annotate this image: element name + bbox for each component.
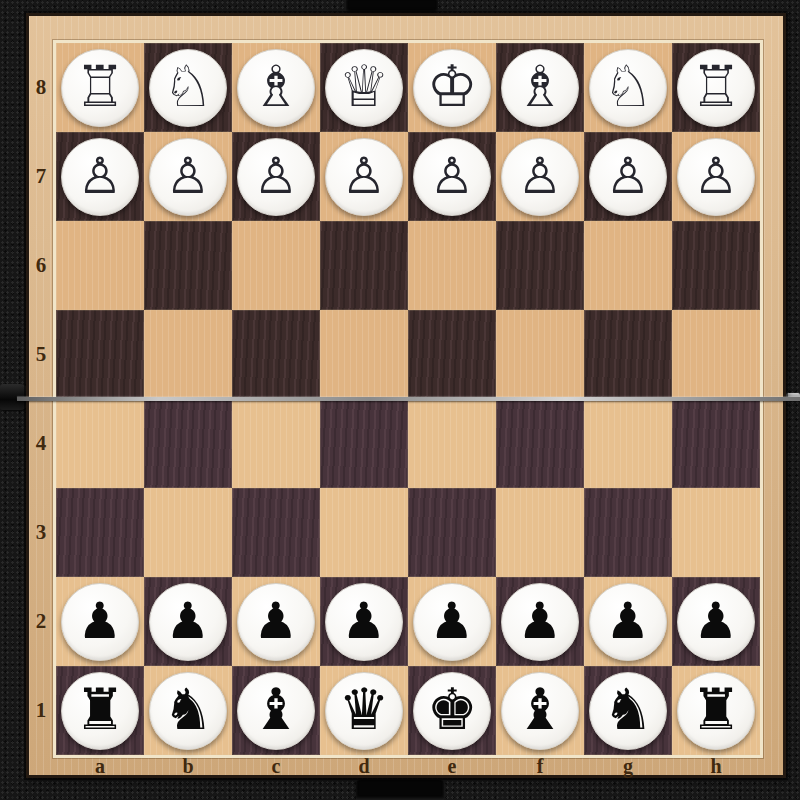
square-h2[interactable]: ♟ [672,577,760,666]
piece-black-king-e1[interactable]: ♚ [413,672,491,750]
black-pawn-glyph: ♟ [342,596,387,646]
piece-black-pawn-c2[interactable]: ♟ [237,583,315,661]
square-f2[interactable]: ♟ [496,577,584,666]
square-c6[interactable] [232,221,320,310]
square-e7[interactable]: ♙ [408,132,496,221]
piece-white-bishop-f8[interactable]: ♗ [501,49,579,127]
black-pawn-glyph: ♟ [694,596,739,646]
black-king-glyph: ♚ [426,681,477,738]
piece-white-bishop-c8[interactable]: ♗ [237,49,315,127]
piece-white-rook-h8[interactable]: ♖ [677,49,755,127]
black-bishop-glyph: ♝ [514,681,565,738]
square-e5[interactable] [408,310,496,399]
white-pawn-glyph: ♙ [342,151,387,201]
file-label-b: b [144,757,232,776]
square-g2[interactable]: ♟ [584,577,672,666]
piece-black-pawn-g2[interactable]: ♟ [589,583,667,661]
piece-black-pawn-h2[interactable]: ♟ [677,583,755,661]
square-a1[interactable]: ♜ [56,666,144,755]
square-d6[interactable] [320,221,408,310]
file-label-c: c [232,757,320,776]
square-c2[interactable]: ♟ [232,577,320,666]
white-rook-glyph: ♖ [74,58,125,115]
square-e2[interactable]: ♟ [408,577,496,666]
square-e6[interactable] [408,221,496,310]
piece-white-rook-a8[interactable]: ♖ [61,49,139,127]
square-h4[interactable] [672,399,760,488]
piece-black-pawn-f2[interactable]: ♟ [501,583,579,661]
piece-white-pawn-c7[interactable]: ♙ [237,138,315,216]
square-g1[interactable]: ♞ [584,666,672,755]
white-pawn-glyph: ♙ [166,151,211,201]
rank-label-2: 2 [29,577,53,666]
piece-black-pawn-e2[interactable]: ♟ [413,583,491,661]
square-g8[interactable]: ♘ [584,43,672,132]
rank-label-7: 7 [29,132,53,221]
piece-white-pawn-d7[interactable]: ♙ [325,138,403,216]
black-rook-glyph: ♜ [74,681,125,738]
square-c7[interactable]: ♙ [232,132,320,221]
black-knight-glyph: ♞ [602,681,653,738]
piece-black-rook-a1[interactable]: ♜ [61,672,139,750]
white-pawn-glyph: ♙ [254,151,299,201]
white-king-glyph: ♔ [426,58,477,115]
black-pawn-glyph: ♟ [254,596,299,646]
piece-white-pawn-b7[interactable]: ♙ [149,138,227,216]
square-g6[interactable] [584,221,672,310]
file-label-a: a [56,757,144,776]
white-knight-glyph: ♘ [162,58,213,115]
square-e4[interactable] [408,399,496,488]
rank-label-3: 3 [29,488,53,577]
case-clasp-bottom [356,780,444,800]
piece-black-queen-d1[interactable]: ♛ [325,672,403,750]
square-e3[interactable] [408,488,496,577]
piece-white-king-e8[interactable]: ♔ [413,49,491,127]
square-b8[interactable]: ♘ [144,43,232,132]
black-queen-glyph: ♛ [338,681,389,738]
square-h7[interactable]: ♙ [672,132,760,221]
square-h1[interactable]: ♜ [672,666,760,755]
square-d2[interactable]: ♟ [320,577,408,666]
square-c4[interactable] [232,399,320,488]
square-h6[interactable] [672,221,760,310]
square-a2[interactable]: ♟ [56,577,144,666]
square-b7[interactable]: ♙ [144,132,232,221]
white-pawn-glyph: ♙ [694,151,739,201]
square-b1[interactable]: ♞ [144,666,232,755]
square-a3[interactable] [56,488,144,577]
black-pawn-glyph: ♟ [78,596,123,646]
white-knight-glyph: ♘ [602,58,653,115]
square-e1[interactable]: ♚ [408,666,496,755]
square-h8[interactable]: ♖ [672,43,760,132]
piece-black-pawn-a2[interactable]: ♟ [61,583,139,661]
square-a4[interactable] [56,399,144,488]
square-h3[interactable] [672,488,760,577]
piece-black-knight-b1[interactable]: ♞ [149,672,227,750]
square-b5[interactable] [144,310,232,399]
piece-black-knight-g1[interactable]: ♞ [589,672,667,750]
black-rook-glyph: ♜ [690,681,741,738]
white-pawn-glyph: ♙ [518,151,563,201]
square-f4[interactable] [496,399,584,488]
black-pawn-glyph: ♟ [430,596,475,646]
square-b3[interactable] [144,488,232,577]
white-queen-glyph: ♕ [338,58,389,115]
black-pawn-glyph: ♟ [166,596,211,646]
square-h5[interactable] [672,310,760,399]
file-label-h: h [672,757,760,776]
white-pawn-glyph: ♙ [78,151,123,201]
square-g3[interactable] [584,488,672,577]
piece-black-pawn-b2[interactable]: ♟ [149,583,227,661]
rank-label-1: 1 [29,666,53,755]
rank-label-4: 4 [29,399,53,488]
piece-white-pawn-e7[interactable]: ♙ [413,138,491,216]
chess-case: 87654321 abcdefgh ♖♘♗♕♔♗♘♖♙♙♙♙♙♙♙♙♟♟♟♟♟♟… [0,0,800,800]
piece-white-queen-d8[interactable]: ♕ [325,49,403,127]
square-a6[interactable] [56,221,144,310]
file-label-f: f [496,757,584,776]
square-c8[interactable]: ♗ [232,43,320,132]
square-c5[interactable] [232,310,320,399]
file-coordinates: abcdefgh [56,757,760,776]
square-d8[interactable]: ♕ [320,43,408,132]
rank-label-6: 6 [29,221,53,310]
square-f3[interactable] [496,488,584,577]
square-g4[interactable] [584,399,672,488]
square-e8[interactable]: ♔ [408,43,496,132]
white-pawn-glyph: ♙ [606,151,651,201]
piece-black-bishop-f1[interactable]: ♝ [501,672,579,750]
square-a8[interactable]: ♖ [56,43,144,132]
fold-hinge-line [17,397,800,401]
piece-white-knight-g8[interactable]: ♘ [589,49,667,127]
square-f6[interactable] [496,221,584,310]
square-d1[interactable]: ♛ [320,666,408,755]
file-label-d: d [320,757,408,776]
piece-black-pawn-d2[interactable]: ♟ [325,583,403,661]
rank-label-8: 8 [29,43,53,132]
piece-white-knight-b8[interactable]: ♘ [149,49,227,127]
black-pawn-glyph: ♟ [518,596,563,646]
white-pawn-glyph: ♙ [430,151,475,201]
piece-white-pawn-f7[interactable]: ♙ [501,138,579,216]
square-a7[interactable]: ♙ [56,132,144,221]
white-bishop-glyph: ♗ [514,58,565,115]
file-label-g: g [584,757,672,776]
chess-board: 87654321 abcdefgh ♖♘♗♕♔♗♘♖♙♙♙♙♙♙♙♙♟♟♟♟♟♟… [26,13,786,778]
square-d4[interactable] [320,399,408,488]
square-g7[interactable]: ♙ [584,132,672,221]
square-c3[interactable] [232,488,320,577]
square-f1[interactable]: ♝ [496,666,584,755]
case-clasp-top [346,0,438,14]
square-a5[interactable] [56,310,144,399]
square-b6[interactable] [144,221,232,310]
square-d5[interactable] [320,310,408,399]
black-knight-glyph: ♞ [162,681,213,738]
piece-black-rook-h1[interactable]: ♜ [677,672,755,750]
square-d3[interactable] [320,488,408,577]
white-bishop-glyph: ♗ [250,58,301,115]
piece-white-pawn-h7[interactable]: ♙ [677,138,755,216]
piece-white-pawn-g7[interactable]: ♙ [589,138,667,216]
black-pawn-glyph: ♟ [606,596,651,646]
square-c1[interactable]: ♝ [232,666,320,755]
rank-label-5: 5 [29,310,53,399]
square-d7[interactable]: ♙ [320,132,408,221]
square-f5[interactable] [496,310,584,399]
piece-black-bishop-c1[interactable]: ♝ [237,672,315,750]
black-bishop-glyph: ♝ [250,681,301,738]
square-f7[interactable]: ♙ [496,132,584,221]
file-label-e: e [408,757,496,776]
white-rook-glyph: ♖ [690,58,741,115]
square-g5[interactable] [584,310,672,399]
square-f8[interactable]: ♗ [496,43,584,132]
piece-white-pawn-a7[interactable]: ♙ [61,138,139,216]
square-b2[interactable]: ♟ [144,577,232,666]
square-b4[interactable] [144,399,232,488]
